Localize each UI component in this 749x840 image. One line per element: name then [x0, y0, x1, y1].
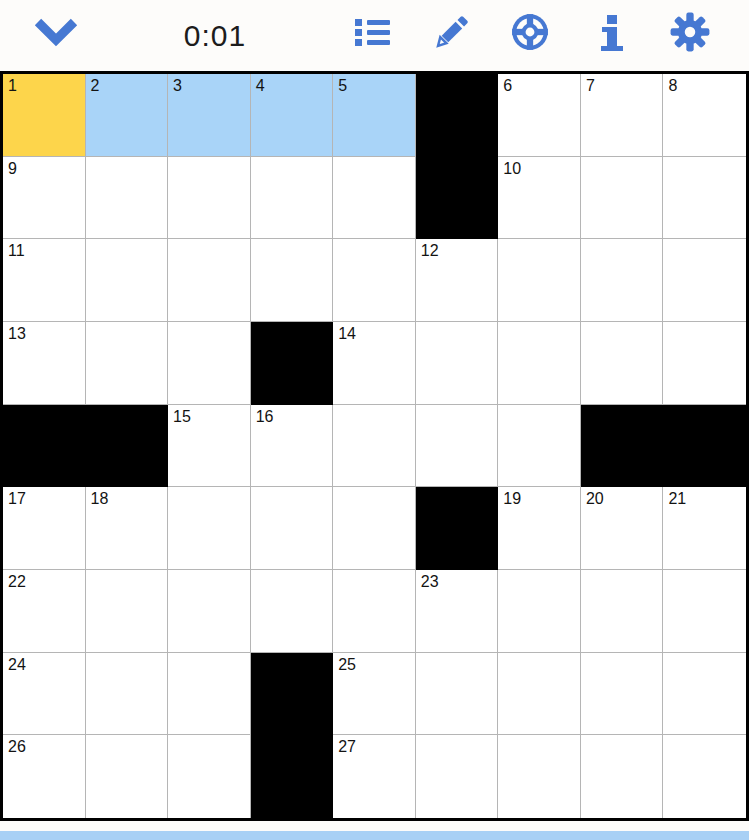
info-button[interactable]: [589, 8, 635, 58]
grid-cell[interactable]: [498, 570, 581, 653]
grid-cell[interactable]: [416, 653, 499, 736]
grid-cell[interactable]: [581, 157, 664, 240]
grid-cell[interactable]: 21: [663, 487, 746, 570]
grid-cell[interactable]: [498, 322, 581, 405]
clue-number: 13: [8, 325, 26, 343]
clue-list-button[interactable]: [349, 8, 395, 58]
block-cell: [251, 322, 334, 405]
grid-cell[interactable]: [86, 239, 169, 322]
grid-cell[interactable]: [251, 487, 334, 570]
grid-cell[interactable]: [581, 735, 664, 818]
clue-number: 6: [503, 77, 512, 95]
grid-cell[interactable]: [168, 570, 251, 653]
grid-cell[interactable]: 10: [498, 157, 581, 240]
grid-cell[interactable]: 24: [3, 653, 86, 736]
grid-cell[interactable]: [333, 239, 416, 322]
block-cell: [416, 74, 499, 157]
grid-cell[interactable]: [333, 570, 416, 653]
grid-cell[interactable]: [581, 570, 664, 653]
grid-cell[interactable]: [168, 157, 251, 240]
clue-number: 17: [8, 490, 26, 508]
grid-cell[interactable]: 9: [3, 157, 86, 240]
grid-cell[interactable]: 17: [3, 487, 86, 570]
grid-cell[interactable]: 7: [581, 74, 664, 157]
grid-cell[interactable]: [168, 239, 251, 322]
grid-cell[interactable]: [581, 322, 664, 405]
grid-cell[interactable]: 16: [251, 405, 334, 488]
grid-cell[interactable]: [663, 570, 746, 653]
clue-number: 9: [8, 160, 17, 178]
grid-cell[interactable]: [498, 239, 581, 322]
block-cell: [416, 487, 499, 570]
grid-cell[interactable]: [663, 735, 746, 818]
grid-cell[interactable]: 20: [581, 487, 664, 570]
grid-cell[interactable]: [581, 653, 664, 736]
grid-cell[interactable]: 18: [86, 487, 169, 570]
block-cell: [416, 157, 499, 240]
clue-number: 2: [91, 77, 100, 95]
grid-cell[interactable]: [416, 735, 499, 818]
clue-number: 18: [91, 490, 109, 508]
grid-cell[interactable]: 3: [168, 74, 251, 157]
pencil-icon: [431, 11, 473, 56]
grid-cell[interactable]: [86, 570, 169, 653]
clue-number: 7: [586, 77, 595, 95]
lifebuoy-icon: [509, 11, 551, 56]
clue-number: 26: [8, 738, 26, 756]
grid-cell[interactable]: [663, 653, 746, 736]
grid-cell[interactable]: [333, 487, 416, 570]
grid-cell[interactable]: 2: [86, 74, 169, 157]
grid-cell[interactable]: 26: [3, 735, 86, 818]
clue-number: 12: [421, 242, 439, 260]
grid-cell[interactable]: 13: [3, 322, 86, 405]
grid-cell[interactable]: [168, 653, 251, 736]
crossword-app: 0:01: [0, 0, 749, 840]
grid-cell[interactable]: 22: [3, 570, 86, 653]
grid-cell[interactable]: [168, 322, 251, 405]
timer[interactable]: 0:01: [184, 19, 246, 53]
toolbar: 0:01: [0, 0, 749, 71]
grid-cell[interactable]: 23: [416, 570, 499, 653]
grid-cell[interactable]: [168, 735, 251, 818]
grid-cell[interactable]: [86, 653, 169, 736]
help-button[interactable]: [507, 8, 553, 58]
grid-cell[interactable]: [663, 157, 746, 240]
grid-cell[interactable]: [251, 239, 334, 322]
clue-number: 1: [8, 77, 17, 95]
grid-cell[interactable]: [333, 405, 416, 488]
grid-cell[interactable]: [86, 735, 169, 818]
clue-number: 11: [8, 242, 25, 260]
grid-cell[interactable]: [663, 239, 746, 322]
clue-number: 3: [173, 77, 182, 95]
block-cell: [251, 735, 334, 818]
clue-number: 21: [668, 490, 686, 508]
clue-number: 16: [256, 408, 274, 426]
clue-number: 25: [338, 656, 356, 674]
grid-cell[interactable]: [333, 157, 416, 240]
clue-number: 4: [256, 77, 265, 95]
grid-cell[interactable]: 11: [3, 239, 86, 322]
grid-cell[interactable]: [498, 735, 581, 818]
grid-cell[interactable]: [581, 239, 664, 322]
grid-cell[interactable]: [251, 570, 334, 653]
clue-number: 20: [586, 490, 604, 508]
clue-number: 15: [173, 408, 191, 426]
grid-cell[interactable]: 25: [333, 653, 416, 736]
block-cell: [581, 405, 664, 488]
clue-number: 8: [668, 77, 677, 95]
grid-cell[interactable]: 14: [333, 322, 416, 405]
grid-cell[interactable]: 6: [498, 74, 581, 157]
grid-cell[interactable]: [86, 157, 169, 240]
block-cell: [3, 405, 86, 488]
crossword-grid: 1234567891011121314151617181920212223242…: [0, 71, 749, 821]
gear-icon: [669, 11, 711, 56]
clue-number: 19: [503, 490, 521, 508]
grid-cell[interactable]: [168, 487, 251, 570]
clue-number: 22: [8, 573, 26, 591]
clue-number: 27: [338, 738, 356, 756]
clue-list-icon: [352, 12, 392, 55]
clue-number: 24: [8, 656, 26, 674]
grid-cell[interactable]: [663, 322, 746, 405]
clue-number: 14: [338, 325, 356, 343]
collapse-button[interactable]: [33, 8, 79, 58]
clue-number: 23: [421, 573, 439, 591]
grid-cell[interactable]: [416, 322, 499, 405]
grid-cell[interactable]: [416, 405, 499, 488]
grid-cell[interactable]: [86, 322, 169, 405]
grid-cell[interactable]: 15: [168, 405, 251, 488]
clue-number: 5: [338, 77, 347, 95]
grid-cell[interactable]: 19: [498, 487, 581, 570]
clue-number: 10: [503, 160, 521, 178]
grid-cell[interactable]: [498, 405, 581, 488]
pencil-button[interactable]: [429, 8, 475, 58]
grid-cell[interactable]: 4: [251, 74, 334, 157]
grid-cell[interactable]: 5: [333, 74, 416, 157]
settings-button[interactable]: [667, 8, 713, 58]
grid-cell[interactable]: 27: [333, 735, 416, 818]
grid-cell[interactable]: 8: [663, 74, 746, 157]
block-cell: [663, 405, 746, 488]
grid-cell[interactable]: 1: [3, 74, 86, 157]
chevron-down-icon: [32, 16, 80, 51]
block-cell: [251, 653, 334, 736]
block-cell: [86, 405, 169, 488]
info-icon: [592, 11, 632, 56]
grid-cell[interactable]: [498, 653, 581, 736]
grid-cell[interactable]: [251, 157, 334, 240]
grid-cell[interactable]: 12: [416, 239, 499, 322]
clue-bar[interactable]: [0, 831, 749, 840]
